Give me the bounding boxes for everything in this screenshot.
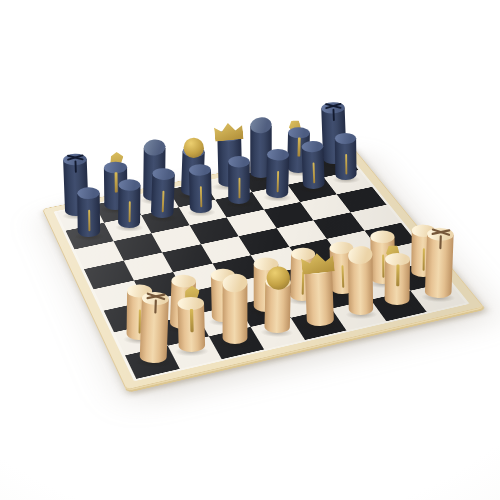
chess-board <box>42 146 484 390</box>
gold-crown <box>213 121 243 142</box>
board-mat <box>54 152 470 381</box>
product-photo-stage <box>0 0 500 500</box>
rook-slit <box>430 229 449 235</box>
rook-slit <box>431 228 450 236</box>
gold-blade <box>107 151 123 177</box>
board-grid <box>57 153 466 378</box>
rook-slit <box>324 103 341 109</box>
chess-scene <box>0 0 500 500</box>
rook-slit <box>66 154 83 161</box>
gold-stripe <box>298 137 301 156</box>
gold-sphere <box>183 137 204 158</box>
rook-slit <box>438 235 441 249</box>
rook-slit <box>332 109 334 121</box>
rook-slit <box>66 154 83 160</box>
gold-stripe <box>114 173 117 193</box>
rook-slit <box>74 160 76 172</box>
gold-blade <box>287 118 307 144</box>
rook-slit <box>324 103 341 109</box>
